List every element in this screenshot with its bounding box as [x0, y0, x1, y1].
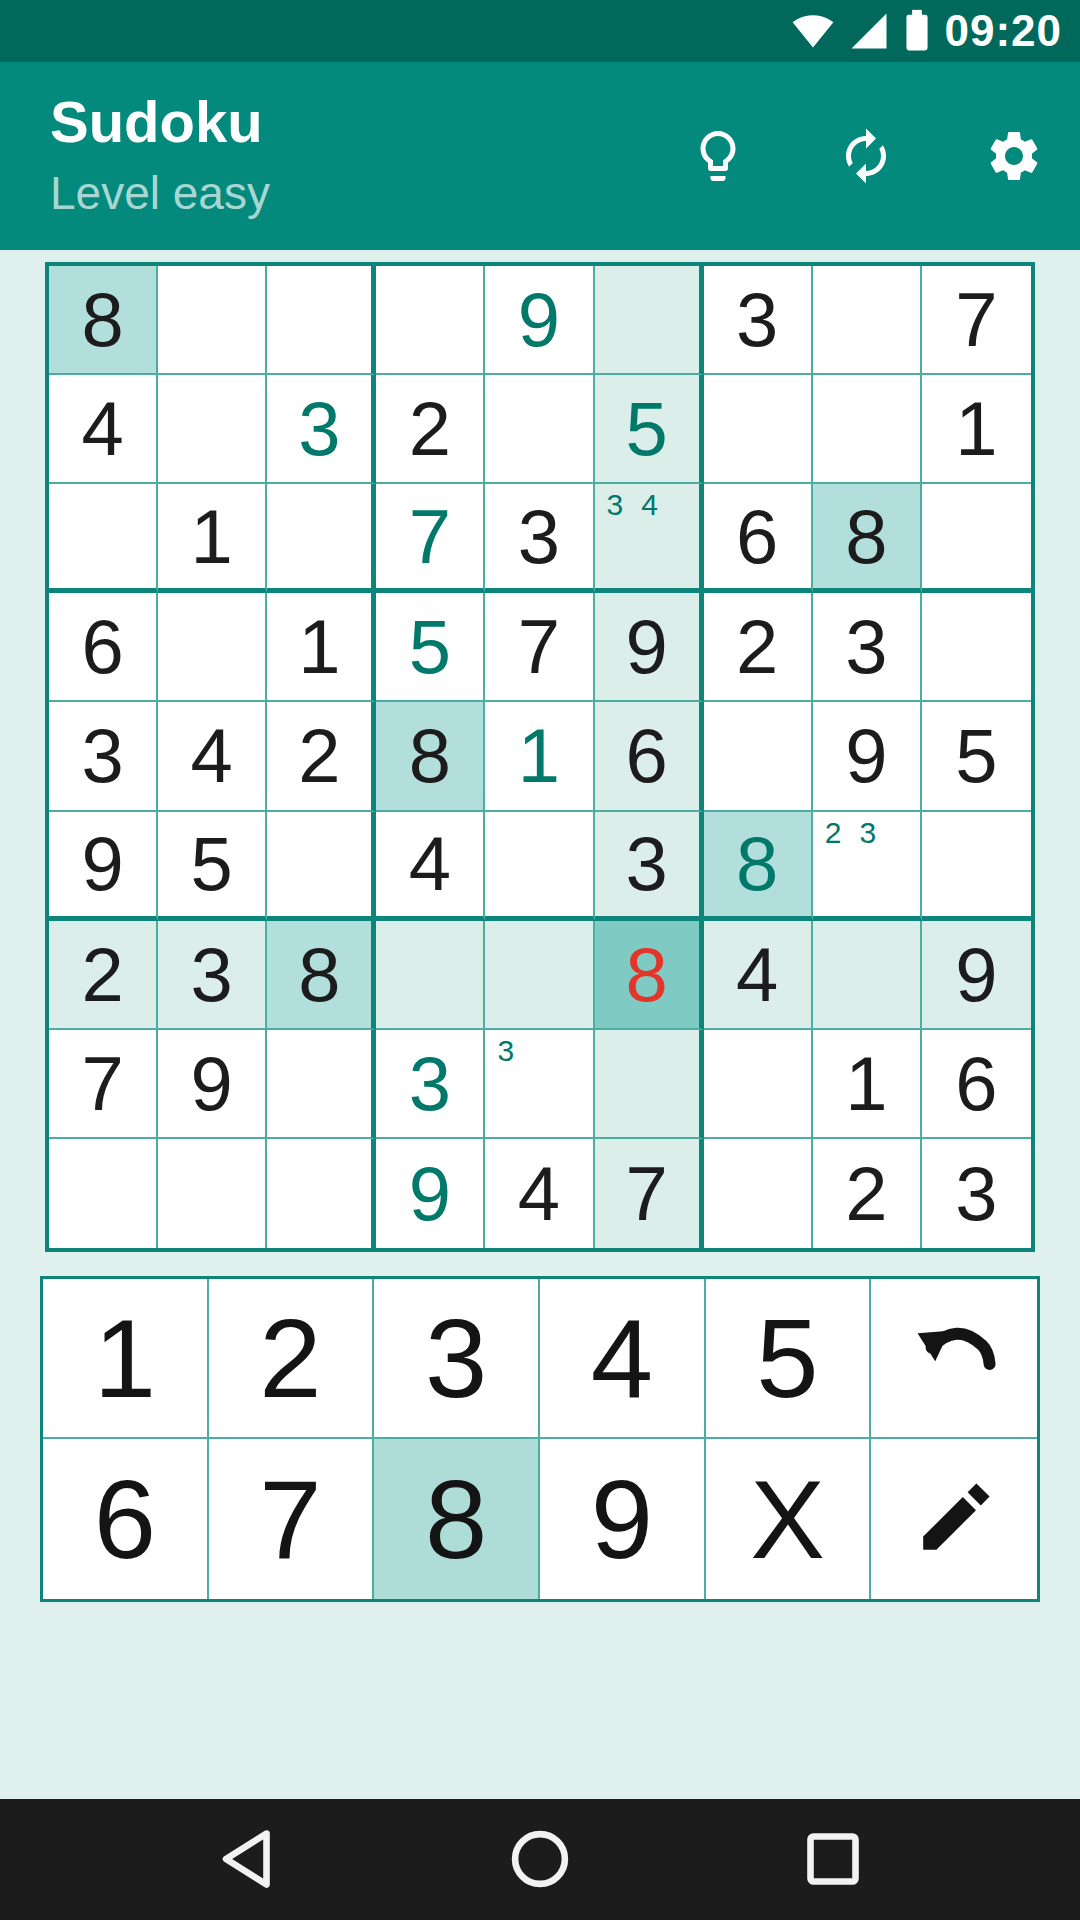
cell-r8c3[interactable] — [267, 1030, 376, 1139]
cell-r3c5[interactable]: 3 — [485, 484, 594, 593]
cell-r2c5[interactable] — [485, 375, 594, 484]
cell-r8c9[interactable]: 6 — [922, 1030, 1031, 1139]
hint-bulb-icon[interactable] — [688, 126, 748, 186]
cell-r3c6[interactable]: 34 — [595, 484, 704, 593]
cell-r6c3[interactable] — [267, 812, 376, 921]
cell-r7c2[interactable]: 3 — [158, 921, 267, 1030]
cell-r1c8[interactable] — [813, 266, 922, 375]
cell-r2c9[interactable]: 1 — [922, 375, 1031, 484]
cell-r4c4[interactable]: 5 — [376, 593, 485, 702]
cell-r9c9[interactable]: 3 — [922, 1139, 1031, 1248]
cell-r4c2[interactable] — [158, 593, 267, 702]
android-nav-bar — [0, 1799, 1080, 1920]
sudoku-board: 8937432511733468615792334281695954382323… — [45, 262, 1035, 1252]
cell-r9c8[interactable]: 2 — [813, 1139, 922, 1248]
cell-r8c4[interactable]: 3 — [376, 1030, 485, 1139]
pencil-icon — [906, 1471, 1002, 1567]
wifi-icon — [792, 10, 834, 52]
numpad-6-button[interactable]: 6 — [43, 1439, 209, 1599]
cell-r3c7[interactable]: 6 — [704, 484, 813, 593]
cell-r3c1[interactable] — [49, 484, 158, 593]
undo-icon — [906, 1310, 1002, 1406]
app-actions — [688, 62, 1044, 250]
cell-r6c4[interactable]: 4 — [376, 812, 485, 921]
cell-r7c4[interactable] — [376, 921, 485, 1030]
undo-button[interactable] — [871, 1279, 1037, 1439]
cell-r5c9[interactable]: 5 — [922, 702, 1031, 811]
cell-r6c9[interactable] — [922, 812, 1031, 921]
cell-r5c4[interactable]: 8 — [376, 702, 485, 811]
status-bar: 09:20 — [0, 0, 1080, 62]
numpad-4-button[interactable]: 4 — [540, 1279, 706, 1439]
battery-icon — [904, 9, 930, 53]
cell-r4c3[interactable]: 1 — [267, 593, 376, 702]
cell-r6c8[interactable]: 23 — [813, 812, 922, 921]
cell-r8c5[interactable]: 3 — [485, 1030, 594, 1139]
cell-r1c9[interactable]: 7 — [922, 266, 1031, 375]
cell-r5c2[interactable]: 4 — [158, 702, 267, 811]
cell-r2c1[interactable]: 4 — [49, 375, 158, 484]
cell-r1c6[interactable] — [595, 266, 704, 375]
number-pad: 123456789X — [40, 1276, 1040, 1602]
cell-r4c9[interactable] — [922, 593, 1031, 702]
recents-icon[interactable] — [797, 1823, 869, 1895]
cell-r7c8[interactable] — [813, 921, 922, 1030]
cell-r6c7[interactable]: 8 — [704, 812, 813, 921]
numpad-2-button[interactable]: 2 — [209, 1279, 375, 1439]
settings-gear-icon[interactable] — [984, 126, 1044, 186]
cell-r1c7[interactable]: 3 — [704, 266, 813, 375]
cell-r8c1[interactable]: 7 — [49, 1030, 158, 1139]
numpad-9-button[interactable]: 9 — [540, 1439, 706, 1599]
cell-r2c8[interactable] — [813, 375, 922, 484]
numpad-1-button[interactable]: 1 — [43, 1279, 209, 1439]
cell-r7c6[interactable]: 8 — [595, 921, 704, 1030]
cell-r8c8[interactable]: 1 — [813, 1030, 922, 1139]
app-bar: Sudoku Level easy — [0, 62, 1080, 250]
cell-r2c3[interactable]: 3 — [267, 375, 376, 484]
cell-r7c1[interactable]: 2 — [49, 921, 158, 1030]
signal-icon — [848, 10, 890, 52]
cell-r7c9[interactable]: 9 — [922, 921, 1031, 1030]
cell-r5c1[interactable]: 3 — [49, 702, 158, 811]
cell-r6c1[interactable]: 9 — [49, 812, 158, 921]
cell-r2c2[interactable] — [158, 375, 267, 484]
pencil-notes: 23 — [825, 816, 876, 849]
cell-r6c5[interactable] — [485, 812, 594, 921]
cell-r5c5[interactable]: 1 — [485, 702, 594, 811]
cell-r9c4[interactable]: 9 — [376, 1139, 485, 1248]
cell-r1c1[interactable]: 8 — [49, 266, 158, 375]
cell-r4c5[interactable]: 7 — [485, 593, 594, 702]
status-time: 09:20 — [944, 6, 1062, 56]
pencil-mode-button[interactable] — [871, 1439, 1037, 1599]
cell-r3c4[interactable]: 7 — [376, 484, 485, 593]
cell-r4c6[interactable]: 9 — [595, 593, 704, 702]
restart-icon[interactable] — [836, 126, 896, 186]
clear-button[interactable]: X — [706, 1439, 872, 1599]
cell-r4c1[interactable]: 6 — [49, 593, 158, 702]
cell-r6c2[interactable]: 5 — [158, 812, 267, 921]
cell-r9c6[interactable]: 7 — [595, 1139, 704, 1248]
pencil-notes: 3 — [497, 1034, 514, 1067]
cell-r9c3[interactable] — [267, 1139, 376, 1248]
app-title: Sudoku — [50, 88, 263, 155]
cell-r3c3[interactable] — [267, 484, 376, 593]
cell-r1c3[interactable] — [267, 266, 376, 375]
level-subtitle: Level easy — [50, 166, 270, 220]
cell-r9c7[interactable] — [704, 1139, 813, 1248]
numpad-5-button[interactable]: 5 — [706, 1279, 872, 1439]
cell-r3c8[interactable]: 8 — [813, 484, 922, 593]
cell-r9c1[interactable] — [49, 1139, 158, 1248]
cell-r2c4[interactable]: 2 — [376, 375, 485, 484]
cell-r4c8[interactable]: 3 — [813, 593, 922, 702]
cell-r3c9[interactable] — [922, 484, 1031, 593]
cell-r4c7[interactable]: 2 — [704, 593, 813, 702]
cell-r7c7[interactable]: 4 — [704, 921, 813, 1030]
cell-r1c4[interactable] — [376, 266, 485, 375]
home-icon[interactable] — [504, 1823, 576, 1895]
cell-r3c2[interactable]: 1 — [158, 484, 267, 593]
cell-r5c8[interactable]: 9 — [813, 702, 922, 811]
cell-r8c2[interactable]: 9 — [158, 1030, 267, 1139]
cell-r8c6[interactable] — [595, 1030, 704, 1139]
numpad-3-button[interactable]: 3 — [374, 1279, 540, 1439]
cell-r5c7[interactable] — [704, 702, 813, 811]
cell-r6c6[interactable]: 3 — [595, 812, 704, 921]
cell-r5c6[interactable]: 6 — [595, 702, 704, 811]
cell-r7c5[interactable] — [485, 921, 594, 1030]
cell-r2c6[interactable]: 5 — [595, 375, 704, 484]
cell-r8c7[interactable] — [704, 1030, 813, 1139]
cell-r5c3[interactable]: 2 — [267, 702, 376, 811]
numpad-8-button[interactable]: 8 — [374, 1439, 540, 1599]
cell-r1c2[interactable] — [158, 266, 267, 375]
cell-r2c7[interactable] — [704, 375, 813, 484]
back-icon[interactable] — [211, 1823, 283, 1895]
pencil-notes: 34 — [607, 488, 658, 521]
cell-r9c2[interactable] — [158, 1139, 267, 1248]
cell-r7c3[interactable]: 8 — [267, 921, 376, 1030]
cell-r9c5[interactable]: 4 — [485, 1139, 594, 1248]
numpad-7-button[interactable]: 7 — [209, 1439, 375, 1599]
cell-r1c5[interactable]: 9 — [485, 266, 594, 375]
